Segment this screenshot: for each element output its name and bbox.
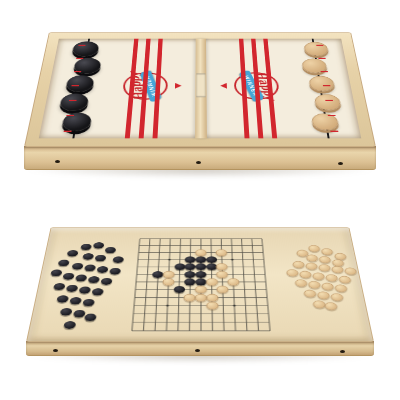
pile-black-stone[interactable]: [60, 308, 73, 315]
pile-wood-stone[interactable]: [295, 279, 308, 286]
pile-wood-stone[interactable]: [330, 293, 344, 301]
start-line-tick: [74, 71, 81, 72]
screw: [195, 349, 200, 352]
start-line-tick: [69, 100, 77, 101]
pile-wood-stone[interactable]: [321, 248, 334, 255]
product-photo: Happy WINNER Happy WINNER: [0, 0, 400, 400]
black-puck[interactable]: [72, 41, 100, 56]
wood-stone[interactable]: [216, 263, 228, 270]
black-stone[interactable]: [185, 256, 196, 262]
pile-black-stone[interactable]: [105, 247, 116, 253]
pile-black-stone[interactable]: [112, 256, 124, 262]
pile-wood-stone[interactable]: [299, 271, 312, 278]
screw: [53, 349, 58, 352]
star-point: [233, 305, 236, 307]
start-line-tick: [328, 115, 336, 116]
pile-black-stone[interactable]: [63, 321, 76, 329]
wood-puck[interactable]: [314, 94, 342, 110]
pile-wood-stone[interactable]: [286, 269, 299, 276]
pile-black-stone[interactable]: [50, 269, 62, 276]
wood-stone[interactable]: [195, 249, 207, 256]
pile-wood-stone[interactable]: [312, 273, 325, 280]
start-line-tick: [71, 85, 79, 86]
pile-wood-stone[interactable]: [308, 281, 321, 289]
gomoku-grid: [132, 239, 270, 331]
black-stone[interactable]: [195, 271, 206, 278]
goal-arrow-icon: [175, 83, 182, 89]
pile-wood-stone[interactable]: [303, 290, 316, 298]
pile-black-stone[interactable]: [93, 242, 104, 248]
wood-stone[interactable]: [195, 286, 207, 294]
pile-wood-stone[interactable]: [321, 283, 334, 291]
wood-stone[interactable]: [216, 249, 228, 256]
wood-stone[interactable]: [217, 286, 229, 294]
wood-puck[interactable]: [308, 76, 335, 91]
start-line-tick: [66, 115, 74, 116]
pile-black-stone[interactable]: [58, 260, 70, 267]
wood-stone[interactable]: [206, 294, 218, 302]
start-line-tick: [321, 71, 328, 72]
pile-wood-stone[interactable]: [317, 291, 331, 299]
star-point: [231, 259, 234, 261]
start-line-tick: [325, 100, 333, 101]
black-puck[interactable]: [65, 75, 94, 91]
pile-black-stone[interactable]: [84, 314, 97, 322]
black-stone[interactable]: [195, 264, 206, 271]
black-puck[interactable]: [59, 94, 89, 111]
pile-black-stone[interactable]: [82, 253, 94, 259]
pile-wood-stone[interactable]: [344, 268, 357, 275]
screw: [340, 350, 345, 353]
start-line-tick: [64, 131, 72, 132]
pile-black-stone[interactable]: [97, 266, 109, 273]
pile-wood-stone[interactable]: [338, 276, 351, 283]
black-stone[interactable]: [185, 271, 196, 278]
gomoku-board-front-edge: [26, 341, 374, 356]
star-point: [166, 305, 169, 307]
pile-black-stone[interactable]: [80, 244, 92, 250]
sling-puck-board: Happy WINNER Happy WINNER: [24, 32, 376, 147]
wood-stone[interactable]: [206, 302, 219, 310]
wood-stone[interactable]: [227, 278, 239, 285]
sling-left-half: Happy WINNER: [39, 39, 196, 139]
black-stone[interactable]: [174, 264, 185, 271]
start-line-tick: [323, 85, 331, 86]
black-stone[interactable]: [185, 264, 196, 271]
pile-wood-stone[interactable]: [334, 284, 348, 292]
start-line-tick: [76, 58, 83, 59]
pile-black-stone[interactable]: [69, 297, 82, 304]
pile-black-stone[interactable]: [75, 275, 87, 282]
pile-black-stone[interactable]: [82, 299, 94, 306]
pile-black-stone[interactable]: [101, 278, 113, 285]
pile-wood-stone[interactable]: [318, 264, 331, 271]
center-gate-divider: [195, 39, 207, 139]
pile-black-stone[interactable]: [56, 295, 69, 302]
goal-arrow-icon: [220, 83, 227, 89]
pile-black-stone[interactable]: [67, 250, 79, 256]
pile-black-stone[interactable]: [95, 255, 107, 261]
pile-black-stone[interactable]: [62, 273, 74, 280]
star-point: [168, 259, 171, 261]
pile-wood-stone[interactable]: [305, 263, 318, 270]
start-line-tick: [330, 131, 338, 132]
pile-black-stone[interactable]: [88, 276, 100, 283]
wood-stone[interactable]: [206, 278, 218, 285]
pile-black-stone[interactable]: [92, 288, 104, 295]
start-line-tick: [78, 45, 85, 46]
black-stone[interactable]: [184, 278, 195, 285]
pile-black-stone[interactable]: [109, 268, 121, 275]
start-line-tick: [316, 45, 323, 46]
pile-wood-stone[interactable]: [292, 261, 305, 268]
gomoku-board: [26, 227, 374, 342]
pile-wood-stone[interactable]: [331, 266, 344, 273]
pile-black-stone[interactable]: [66, 285, 78, 292]
black-stone[interactable]: [206, 256, 217, 262]
start-line-tick: [318, 58, 325, 59]
black-stone[interactable]: [173, 286, 184, 293]
pile-black-stone[interactable]: [72, 263, 84, 270]
pile-wood-stone[interactable]: [306, 255, 319, 262]
pile-wood-stone[interactable]: [325, 274, 338, 281]
pile-wood-stone[interactable]: [308, 245, 321, 252]
pile-wood-stone[interactable]: [318, 256, 331, 263]
black-stone[interactable]: [195, 256, 206, 262]
puck-gate-slot: [196, 73, 205, 97]
sling-puck-surface: Happy WINNER Happy WINNER: [39, 39, 362, 139]
pile-wood-stone[interactable]: [324, 302, 338, 310]
sling-right-half: Happy WINNER: [206, 39, 363, 139]
pile-black-stone[interactable]: [53, 283, 65, 290]
pile-black-stone[interactable]: [84, 265, 96, 272]
wood-stone[interactable]: [216, 271, 228, 278]
pile-black-stone[interactable]: [79, 287, 91, 294]
